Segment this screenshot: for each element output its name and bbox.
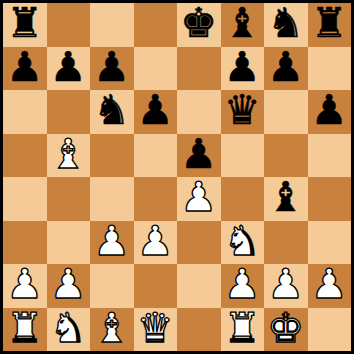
white-bishop: ♝ [50, 134, 87, 177]
square-h2[interactable]: ♟ [308, 264, 352, 308]
square-c4[interactable] [90, 177, 134, 221]
black-knight: ♞ [93, 90, 130, 133]
square-e7[interactable] [177, 47, 221, 91]
square-d3[interactable]: ♟ [134, 221, 178, 265]
white-king: ♚ [267, 308, 304, 351]
square-e5[interactable]: ♟ [177, 134, 221, 178]
square-h6[interactable]: ♟ [308, 90, 352, 134]
square-g2[interactable]: ♟ [264, 264, 308, 308]
square-h4[interactable] [308, 177, 352, 221]
square-e2[interactable] [177, 264, 221, 308]
black-knight: ♞ [267, 3, 304, 46]
square-a8[interactable]: ♜ [3, 3, 47, 47]
square-b6[interactable] [47, 90, 91, 134]
black-bishop: ♝ [224, 3, 261, 46]
white-pawn: ♟ [267, 264, 304, 307]
white-rook: ♜ [224, 308, 261, 351]
square-d7[interactable] [134, 47, 178, 91]
square-d2[interactable] [134, 264, 178, 308]
black-pawn: ♟ [50, 47, 87, 90]
square-f3[interactable]: ♞ [221, 221, 265, 265]
square-a2[interactable]: ♟ [3, 264, 47, 308]
black-rook: ♜ [311, 3, 348, 46]
square-g5[interactable] [264, 134, 308, 178]
square-b8[interactable] [47, 3, 91, 47]
square-a5[interactable] [3, 134, 47, 178]
black-pawn: ♟ [93, 47, 130, 90]
square-a3[interactable] [3, 221, 47, 265]
white-bishop: ♝ [93, 308, 130, 351]
square-c8[interactable] [90, 3, 134, 47]
white-knight: ♞ [50, 308, 87, 351]
square-a4[interactable] [3, 177, 47, 221]
square-g6[interactable] [264, 90, 308, 134]
black-pawn: ♟ [6, 47, 43, 90]
square-b7[interactable]: ♟ [47, 47, 91, 91]
square-c3[interactable]: ♟ [90, 221, 134, 265]
white-pawn: ♟ [224, 264, 261, 307]
square-a6[interactable] [3, 90, 47, 134]
square-e4[interactable]: ♟ [177, 177, 221, 221]
black-pawn: ♟ [267, 47, 304, 90]
square-f5[interactable] [221, 134, 265, 178]
square-g8[interactable]: ♞ [264, 3, 308, 47]
square-h7[interactable] [308, 47, 352, 91]
square-d1[interactable]: ♛ [134, 308, 178, 352]
white-pawn: ♟ [180, 177, 217, 220]
square-f8[interactable]: ♝ [221, 3, 265, 47]
square-d4[interactable] [134, 177, 178, 221]
square-b5[interactable]: ♝ [47, 134, 91, 178]
square-d8[interactable] [134, 3, 178, 47]
white-rook: ♜ [6, 308, 43, 351]
white-queen: ♛ [137, 308, 174, 351]
square-e3[interactable] [177, 221, 221, 265]
square-f2[interactable]: ♟ [221, 264, 265, 308]
black-pawn: ♟ [224, 47, 261, 90]
square-e1[interactable] [177, 308, 221, 352]
black-pawn: ♟ [137, 90, 174, 133]
black-pawn: ♟ [180, 134, 217, 177]
square-g4[interactable]: ♝ [264, 177, 308, 221]
square-f7[interactable]: ♟ [221, 47, 265, 91]
square-g7[interactable]: ♟ [264, 47, 308, 91]
white-pawn: ♟ [137, 221, 174, 264]
black-queen: ♛ [224, 90, 261, 133]
square-a1[interactable]: ♜ [3, 308, 47, 352]
white-pawn: ♟ [311, 264, 348, 307]
square-b3[interactable] [47, 221, 91, 265]
square-h1[interactable] [308, 308, 352, 352]
square-c7[interactable]: ♟ [90, 47, 134, 91]
square-h8[interactable]: ♜ [308, 3, 352, 47]
square-f4[interactable] [221, 177, 265, 221]
square-h5[interactable] [308, 134, 352, 178]
square-b1[interactable]: ♞ [47, 308, 91, 352]
square-c1[interactable]: ♝ [90, 308, 134, 352]
black-king: ♚ [180, 3, 217, 46]
square-f6[interactable]: ♛ [221, 90, 265, 134]
white-knight: ♞ [224, 221, 261, 264]
square-c6[interactable]: ♞ [90, 90, 134, 134]
white-pawn: ♟ [6, 264, 43, 307]
square-b4[interactable] [47, 177, 91, 221]
square-g1[interactable]: ♚ [264, 308, 308, 352]
square-d6[interactable]: ♟ [134, 90, 178, 134]
square-f1[interactable]: ♜ [221, 308, 265, 352]
square-a7[interactable]: ♟ [3, 47, 47, 91]
square-c2[interactable] [90, 264, 134, 308]
square-b2[interactable]: ♟ [47, 264, 91, 308]
square-c5[interactable] [90, 134, 134, 178]
square-h3[interactable] [308, 221, 352, 265]
black-pawn: ♟ [311, 90, 348, 133]
black-bishop: ♝ [267, 177, 304, 220]
white-pawn: ♟ [93, 221, 130, 264]
board-frame: ♜♚♝♞♜♟♟♟♟♟♞♟♛♟♝♟♟♝♟♟♞♟♟♟♟♟♜♞♝♛♜♚ [0, 0, 354, 354]
chess-board: ♜♚♝♞♜♟♟♟♟♟♞♟♛♟♝♟♟♝♟♟♞♟♟♟♟♟♜♞♝♛♜♚ [3, 3, 351, 351]
square-d5[interactable] [134, 134, 178, 178]
square-e6[interactable] [177, 90, 221, 134]
square-e8[interactable]: ♚ [177, 3, 221, 47]
white-pawn: ♟ [50, 264, 87, 307]
black-rook: ♜ [6, 3, 43, 46]
square-g3[interactable] [264, 221, 308, 265]
